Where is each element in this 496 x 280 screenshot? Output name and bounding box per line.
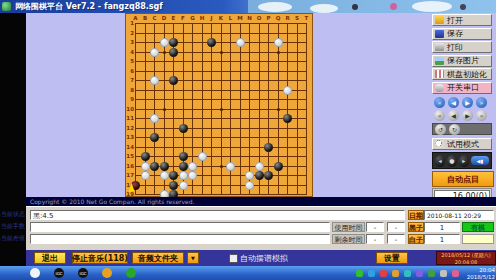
column-label: S: [293, 15, 302, 21]
column-label: N: [245, 15, 254, 21]
row-label: 10: [126, 106, 134, 112]
mode-button-label: 试用模式: [447, 139, 479, 150]
grid-line: [135, 118, 307, 119]
app-icon: [2, 2, 11, 11]
media-next-button[interactable]: ▸: [459, 155, 469, 167]
row-label: 15: [126, 153, 134, 159]
white-status-box[interactable]: [462, 234, 494, 244]
nav-circle-button[interactable]: ↻: [449, 124, 460, 135]
audio-folder-button[interactable]: 音频文件夹: [132, 252, 184, 264]
nav-circle-button[interactable]: ◀: [448, 110, 459, 121]
column-label: C: [150, 15, 159, 21]
white-stone-F18: [179, 181, 188, 190]
tray-icon[interactable]: [428, 270, 435, 277]
grid-line: [135, 147, 307, 148]
row-label: 12: [126, 125, 134, 131]
nav-row-gray: «◀▶»: [432, 110, 492, 122]
column-label: T: [302, 15, 311, 21]
desktop-decoration: [390, 3, 397, 10]
row-label: 7: [126, 77, 134, 83]
media-prev-button[interactable]: ◂: [435, 155, 445, 167]
used-time-label: 使用时间: [332, 222, 365, 232]
status-input[interactable]: 黑:4.5: [30, 210, 405, 220]
grid-line: [249, 23, 250, 195]
tray-date: 2018/5/12: [462, 274, 495, 280]
sidebar-button-label: 保存图片: [447, 55, 479, 66]
row-label: 8: [126, 87, 134, 93]
moves-row-label: 当前手数: [1, 222, 25, 231]
black-stone-E17: [169, 171, 178, 180]
star-point: [220, 51, 223, 54]
tray-clock: 20:04 2018/5/12: [462, 267, 495, 280]
column-label: H: [198, 15, 207, 21]
mode-button[interactable]: 试用模式: [432, 138, 492, 150]
magnifier-icon: [435, 140, 444, 148]
igc-badge-icon[interactable]: IGC: [78, 268, 88, 278]
remain-time-label: 剩余时间: [332, 234, 365, 244]
black-stone-D16: [160, 162, 169, 171]
star-point: [220, 108, 223, 111]
remain-time-black: -: [366, 234, 384, 244]
used-time-black: -: [366, 222, 384, 232]
tray-icon[interactable]: [416, 270, 423, 277]
cloud-decoration: [412, 1, 452, 12]
column-label: F: [179, 15, 188, 21]
sidebar-button-label: 开关串口: [447, 82, 479, 93]
status-row-label: 当前状态: [1, 210, 25, 219]
star-point: [163, 51, 166, 54]
cloud-app-icon[interactable]: [30, 268, 40, 278]
black-status-button[interactable]: 有棋: [462, 222, 494, 232]
white-stone-G17: [188, 171, 197, 180]
nav-circle-button[interactable]: ▶: [462, 110, 473, 121]
row-label: 4: [126, 49, 134, 55]
row-label: 9: [126, 96, 134, 102]
column-label: J: [207, 15, 216, 21]
white-stone-C4: [150, 48, 159, 57]
black-stone-P17: [264, 171, 273, 180]
black-stone-F15: [179, 152, 188, 161]
black-stone-J3: [207, 38, 216, 47]
media-control-panel: ◂ ● ▸ ◀▮: [432, 152, 492, 169]
black-count: 1: [424, 222, 460, 232]
tray-icon[interactable]: [368, 270, 375, 277]
copyright-bar: Copyright © 2010 Net Go Compan. All righ…: [26, 197, 496, 206]
grid-line: [135, 185, 307, 186]
used-time-white: -: [387, 222, 405, 232]
auto-sim-label: 自动摆谱模拟: [240, 253, 288, 264]
go-board-panel: A1B2C3D4E5F6G7H8J9K10L11M12N13O14P15Q16R…: [125, 13, 313, 197]
diff-input[interactable]: [30, 234, 330, 244]
row-label: 2: [126, 30, 134, 36]
black-stone-E18: [169, 181, 178, 190]
sidebar-button-3[interactable]: 打印: [432, 41, 492, 53]
column-label: P: [264, 15, 273, 21]
tray-icon[interactable]: [452, 270, 459, 277]
grid-line: [135, 128, 307, 129]
nav-circle-button[interactable]: «: [434, 110, 445, 121]
nav-circle-button[interactable]: »: [476, 97, 487, 108]
column-label: R: [283, 15, 292, 21]
grid-line: [135, 137, 307, 138]
black-stone-C16: [150, 162, 159, 171]
nav-circle-button[interactable]: ↺: [435, 124, 446, 135]
row-label: 5: [126, 58, 134, 64]
green-app-icon[interactable]: [126, 268, 136, 278]
column-label: E: [169, 15, 178, 21]
serial-port-icon: [435, 84, 444, 92]
black-stone-C13: [150, 133, 159, 142]
toolbar-clock-date: 2018/05/12 (星期六): [437, 252, 495, 259]
folder-app-icon[interactable]: [102, 268, 112, 278]
tray-icon[interactable]: [392, 270, 399, 277]
row-label: 14: [126, 144, 134, 150]
save-floppy-icon: [435, 30, 444, 38]
dropdown-button[interactable]: ▼: [187, 252, 199, 264]
star-point: [277, 108, 280, 111]
grid-line: [135, 156, 307, 157]
toolbar-clock: 2018/05/12 (星期六) 20:04:08: [436, 251, 496, 265]
column-label: M: [236, 15, 245, 21]
grid-line: [297, 23, 298, 195]
date-value: 2010-08-11 20:29: [424, 210, 494, 220]
white-stone-N17: [245, 171, 254, 180]
black-stone-B15: [141, 152, 150, 161]
black-label: 黑子: [408, 222, 424, 232]
toolbar-clock-time: 20:04:08: [437, 259, 495, 266]
black-stone-E4: [169, 48, 178, 57]
row-label: 16: [126, 163, 134, 169]
white-stone-L16: [226, 162, 235, 171]
sidebar-button-2[interactable]: 保存: [432, 28, 492, 40]
diff-row-label: 当前差值: [1, 234, 25, 243]
star-point: [220, 165, 223, 168]
white-stone-R8: [283, 86, 292, 95]
white-stone-B17: [141, 171, 150, 180]
row-label: 17: [126, 172, 134, 178]
sidebar-button-label: 打开: [447, 15, 463, 26]
nav-circle-button[interactable]: ▶: [462, 97, 473, 108]
tray-icon[interactable]: [380, 270, 387, 277]
black-stone-R11: [283, 114, 292, 123]
save-image-icon: [435, 57, 444, 65]
row-label: 3: [126, 39, 134, 45]
sidebar-button-label: 棋盘初始化: [447, 69, 487, 80]
bottom-toolbar: 退出 停止音乐(118) 音频文件夹 ▼ 自动摆谱模拟 设置 2018/05/1…: [26, 250, 496, 266]
column-label: B: [141, 15, 150, 21]
window-title: 网络围棋平台 Ver7.2 - fangzq88.sgf: [15, 1, 163, 12]
white-count: 1: [424, 234, 460, 244]
column-label: L: [226, 15, 235, 21]
auto-sim-checkbox[interactable]: [229, 254, 238, 263]
grid-line: [287, 23, 288, 195]
column-label: K: [217, 15, 226, 21]
row-label: 6: [126, 68, 134, 74]
sidebar-button-1[interactable]: 打开: [432, 14, 492, 26]
tray-icon[interactable]: [356, 270, 363, 277]
black-stone-Q16: [274, 162, 283, 171]
white-stone-G16: [188, 162, 197, 171]
exit-button[interactable]: 退出: [34, 252, 66, 264]
sidebar-button-5[interactable]: 棋盘初始化: [432, 68, 492, 80]
white-stone-O16: [255, 162, 264, 171]
nav-row-dark: ↺↻: [432, 123, 492, 135]
row-label: 11: [126, 115, 134, 121]
black-stone-O17: [255, 171, 264, 180]
auto-count-button[interactable]: 自动点目: [432, 171, 494, 187]
white-stone-Q3: [274, 38, 283, 47]
desktop-decoration: [352, 4, 358, 10]
settings-button[interactable]: 设置: [376, 252, 408, 264]
tray-icon[interactable]: [404, 270, 411, 277]
nav-circle-button[interactable]: ◀: [448, 97, 459, 108]
sidebar-button-4[interactable]: 保存图片: [432, 55, 492, 67]
white-stone-M3: [236, 38, 245, 47]
open-folder-icon: [435, 16, 444, 24]
white-stone-D3: [160, 38, 169, 47]
black-stone-P14: [264, 143, 273, 152]
grid-line: [268, 23, 269, 195]
black-stone-F16: [179, 162, 188, 171]
board-reset-icon: [435, 70, 444, 78]
black-stone-F12: [179, 124, 188, 133]
white-stone-D17: [160, 171, 169, 180]
white-label: 白子: [408, 234, 424, 244]
sidebar-button-label: 保存: [447, 28, 463, 39]
column-label: D: [160, 15, 169, 21]
column-label: O: [255, 15, 264, 21]
sidebar-button-6[interactable]: 开关串口: [432, 82, 492, 94]
go-board[interactable]: A1B2C3D4E5F6G7H8J9K10L11M12N13O14P15Q16R…: [135, 23, 307, 195]
black-stone-E7: [169, 76, 178, 85]
grid-line: [306, 23, 307, 195]
stop-music-button[interactable]: 停止音乐(118): [72, 252, 128, 264]
screen: 网络围棋平台 Ver7.2 - fangzq88.sgf A1B2C3D4E5F…: [0, 0, 496, 280]
black-stone-E3: [169, 38, 178, 47]
cloud-decoration: [310, 4, 338, 13]
star-point: [277, 51, 280, 54]
remain-time-white: -: [387, 234, 405, 244]
star-point: [163, 108, 166, 111]
tray-icon[interactable]: [440, 270, 447, 277]
nav-circle-button[interactable]: «: [434, 97, 445, 108]
white-stone-N18: [245, 181, 254, 190]
cloud-decoration: [258, 2, 292, 12]
white-stone-H15: [198, 152, 207, 161]
nav-row-blue: «◀▶»: [432, 96, 492, 108]
grid-line: [240, 23, 241, 195]
desktop-decoration: [460, 4, 466, 10]
sidebar-button-label: 打印: [447, 42, 463, 53]
date-label: 日期: [408, 210, 424, 220]
igc-badge-icon[interactable]: IGC: [54, 268, 64, 278]
white-stone-C7: [150, 76, 159, 85]
volume-slider[interactable]: ◀▮: [471, 156, 489, 165]
row-label: 13: [126, 134, 134, 140]
moves-input[interactable]: [30, 222, 330, 232]
white-stone-B16: [141, 162, 150, 171]
row-label: 1: [126, 20, 134, 26]
nav-circle-button[interactable]: »: [476, 110, 487, 121]
media-stop-button[interactable]: ●: [447, 155, 457, 167]
column-label: Q: [274, 15, 283, 21]
printer-icon: [435, 43, 444, 51]
white-stone-C11: [150, 114, 159, 123]
white-stone-F17: [179, 171, 188, 180]
column-label: G: [188, 15, 197, 21]
